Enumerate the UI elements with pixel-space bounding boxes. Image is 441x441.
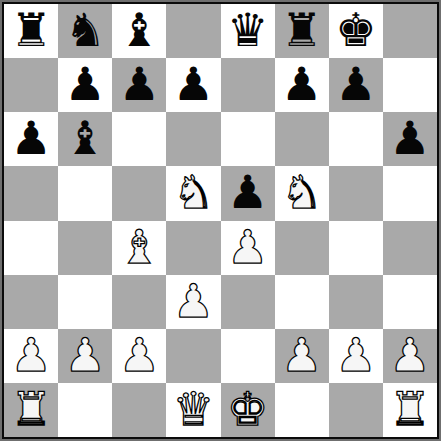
square-h7[interactable] (383, 58, 437, 112)
square-d3[interactable]: ♟ (166, 275, 220, 329)
square-e2[interactable] (221, 329, 275, 383)
square-e8[interactable]: ♛ (221, 4, 275, 58)
square-a3[interactable] (4, 275, 58, 329)
black-pawn[interactable]: ♟ (173, 61, 214, 107)
black-pawn[interactable]: ♟ (389, 115, 430, 161)
square-c5[interactable] (112, 166, 166, 220)
white-pawn[interactable]: ♟ (335, 332, 376, 378)
black-bishop[interactable]: ♝ (119, 7, 160, 53)
square-c8[interactable]: ♝ (112, 4, 166, 58)
black-pawn[interactable]: ♟ (65, 61, 106, 107)
black-pawn[interactable]: ♟ (281, 61, 322, 107)
square-h8[interactable] (383, 4, 437, 58)
square-e3[interactable] (221, 275, 275, 329)
square-e1[interactable]: ♚ (221, 383, 275, 437)
square-f4[interactable] (275, 221, 329, 275)
square-a8[interactable]: ♜ (4, 4, 58, 58)
square-b6[interactable]: ♝ (58, 112, 112, 166)
square-a7[interactable] (4, 58, 58, 112)
white-knight[interactable]: ♞ (281, 169, 322, 215)
square-f8[interactable]: ♜ (275, 4, 329, 58)
square-a5[interactable] (4, 166, 58, 220)
black-rook[interactable]: ♜ (10, 7, 51, 53)
square-f6[interactable] (275, 112, 329, 166)
white-pawn[interactable]: ♟ (281, 332, 322, 378)
square-c1[interactable] (112, 383, 166, 437)
square-c6[interactable] (112, 112, 166, 166)
black-pawn[interactable]: ♟ (227, 169, 268, 215)
black-knight[interactable]: ♞ (65, 7, 106, 53)
square-e4[interactable]: ♟ (221, 221, 275, 275)
square-b1[interactable] (58, 383, 112, 437)
square-h2[interactable]: ♟ (383, 329, 437, 383)
white-knight[interactable]: ♞ (173, 169, 214, 215)
square-b7[interactable]: ♟ (58, 58, 112, 112)
white-pawn[interactable]: ♟ (227, 224, 268, 270)
white-rook[interactable]: ♜ (389, 386, 430, 432)
white-pawn[interactable]: ♟ (389, 332, 430, 378)
square-a4[interactable] (4, 221, 58, 275)
square-c7[interactable]: ♟ (112, 58, 166, 112)
square-h4[interactable] (383, 221, 437, 275)
square-g4[interactable] (329, 221, 383, 275)
black-queen[interactable]: ♛ (227, 7, 268, 53)
white-pawn[interactable]: ♟ (10, 332, 51, 378)
square-g6[interactable] (329, 112, 383, 166)
square-h5[interactable] (383, 166, 437, 220)
square-f2[interactable]: ♟ (275, 329, 329, 383)
square-h6[interactable]: ♟ (383, 112, 437, 166)
square-d6[interactable] (166, 112, 220, 166)
square-h1[interactable]: ♜ (383, 383, 437, 437)
square-g2[interactable]: ♟ (329, 329, 383, 383)
square-g1[interactable] (329, 383, 383, 437)
white-pawn[interactable]: ♟ (65, 332, 106, 378)
black-pawn[interactable]: ♟ (10, 115, 51, 161)
black-king[interactable]: ♚ (335, 7, 376, 53)
square-d5[interactable]: ♞ (166, 166, 220, 220)
square-b4[interactable] (58, 221, 112, 275)
white-pawn[interactable]: ♟ (119, 332, 160, 378)
square-c2[interactable]: ♟ (112, 329, 166, 383)
square-f3[interactable] (275, 275, 329, 329)
square-e5[interactable]: ♟ (221, 166, 275, 220)
white-bishop[interactable]: ♝ (119, 224, 160, 270)
square-f1[interactable] (275, 383, 329, 437)
square-a2[interactable]: ♟ (4, 329, 58, 383)
square-d1[interactable]: ♛ (166, 383, 220, 437)
white-king[interactable]: ♚ (227, 386, 268, 432)
square-d4[interactable] (166, 221, 220, 275)
square-g8[interactable]: ♚ (329, 4, 383, 58)
chess-board-frame: ♜♞♝♛♜♚♟♟♟♟♟♟♝♟♞♟♞♝♟♟♟♟♟♟♟♟♜♛♚♜ (0, 0, 441, 441)
square-g7[interactable]: ♟ (329, 58, 383, 112)
square-b3[interactable] (58, 275, 112, 329)
square-c4[interactable]: ♝ (112, 221, 166, 275)
square-g5[interactable] (329, 166, 383, 220)
square-b2[interactable]: ♟ (58, 329, 112, 383)
square-f7[interactable]: ♟ (275, 58, 329, 112)
square-g3[interactable] (329, 275, 383, 329)
white-rook[interactable]: ♜ (10, 386, 51, 432)
square-d7[interactable]: ♟ (166, 58, 220, 112)
square-b5[interactable] (58, 166, 112, 220)
square-b8[interactable]: ♞ (58, 4, 112, 58)
black-pawn[interactable]: ♟ (119, 61, 160, 107)
square-a1[interactable]: ♜ (4, 383, 58, 437)
black-bishop[interactable]: ♝ (65, 115, 106, 161)
square-d8[interactable] (166, 4, 220, 58)
square-e7[interactable] (221, 58, 275, 112)
black-pawn[interactable]: ♟ (335, 61, 376, 107)
square-a6[interactable]: ♟ (4, 112, 58, 166)
square-f5[interactable]: ♞ (275, 166, 329, 220)
white-pawn[interactable]: ♟ (173, 278, 214, 324)
square-e6[interactable] (221, 112, 275, 166)
black-rook[interactable]: ♜ (281, 7, 322, 53)
white-queen[interactable]: ♛ (173, 386, 214, 432)
square-h3[interactable] (383, 275, 437, 329)
square-d2[interactable] (166, 329, 220, 383)
chess-board: ♜♞♝♛♜♚♟♟♟♟♟♟♝♟♞♟♞♝♟♟♟♟♟♟♟♟♜♛♚♜ (2, 2, 439, 439)
square-c3[interactable] (112, 275, 166, 329)
